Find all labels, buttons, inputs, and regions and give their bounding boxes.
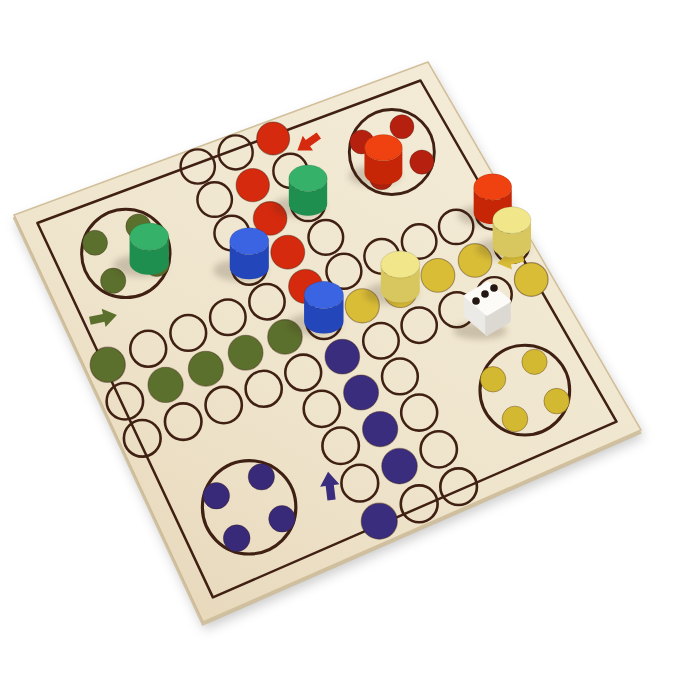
start-cell-yellow <box>514 263 548 297</box>
board-surface <box>14 62 641 622</box>
goal-cell-blue-1 <box>325 339 360 374</box>
die-pip <box>490 284 498 292</box>
pawn-green-top <box>289 165 327 192</box>
start-cell-green <box>90 347 125 382</box>
home-spot-blue-nw <box>203 483 230 510</box>
goal-cell-red-1 <box>236 168 269 201</box>
home-spot-yellow-sw <box>502 406 528 432</box>
die-pip <box>472 297 480 305</box>
ludo-board-photo <box>0 0 700 700</box>
pawn-blue-top <box>304 281 343 308</box>
die-pip <box>481 290 489 298</box>
home-spot-green-nw <box>82 230 107 255</box>
home-spot-yellow-se <box>544 388 570 414</box>
pawn-yellow-top <box>381 251 420 278</box>
goal-cell-blue-2 <box>344 375 379 410</box>
pawn-red-top <box>474 174 512 200</box>
pawn-green-top <box>130 223 169 250</box>
home-spot-yellow-nw <box>480 367 505 392</box>
photo-stage <box>0 0 700 700</box>
pawn-blue-top <box>230 228 269 255</box>
home-spot-blue-sw <box>223 525 250 552</box>
goal-cell-blue-3 <box>363 411 398 446</box>
pawn-red-top <box>364 135 402 161</box>
goal-cell-blue-4 <box>382 448 418 484</box>
start-cell-blue <box>361 503 397 539</box>
goal-cell-green-2 <box>188 351 223 386</box>
home-spot-yellow-ne <box>522 349 547 374</box>
home-spot-red-se <box>410 150 434 174</box>
goal-cell-red-3 <box>271 235 305 269</box>
goal-cell-green-1 <box>148 367 183 402</box>
home-spot-blue-ne <box>248 464 274 490</box>
goal-cell-yellow-3 <box>421 258 455 292</box>
home-spot-red-ne <box>390 115 414 139</box>
pawn-yellow-top <box>493 207 531 234</box>
start-cell-red <box>257 122 290 155</box>
goal-cell-green-3 <box>228 335 263 370</box>
home-spot-blue-se <box>269 505 296 532</box>
